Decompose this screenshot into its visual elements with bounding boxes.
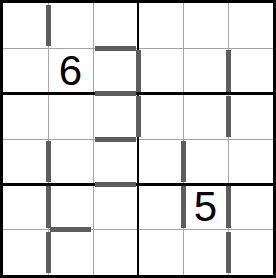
box-border-horizontal (3, 92, 273, 95)
cell-r2c4[interactable] (138, 48, 183, 93)
wall-segment-horizontal[interactable] (95, 182, 136, 187)
cell-r1c3[interactable] (93, 3, 138, 48)
cell-r5c3[interactable] (93, 184, 138, 229)
wall-segment-vertical[interactable] (46, 5, 51, 46)
wall-segment-horizontal[interactable] (95, 91, 136, 96)
cell-r1c1[interactable] (3, 3, 48, 48)
wall-segment-vertical[interactable] (181, 141, 186, 182)
cell-r3c4[interactable] (138, 94, 183, 139)
wall-segment-vertical[interactable] (46, 186, 51, 227)
box-border-vertical (137, 3, 140, 275)
wall-segment-vertical[interactable] (136, 96, 141, 137)
cell-r4c1[interactable] (3, 139, 48, 184)
given-digit-r5c5: 5 (183, 184, 228, 229)
cell-r1c2[interactable] (48, 3, 93, 48)
box-border-horizontal (3, 183, 273, 186)
cell-r5c6[interactable] (228, 184, 273, 229)
cell-r1c6[interactable] (228, 3, 273, 48)
cell-r4c6[interactable] (228, 139, 273, 184)
wall-segment-vertical[interactable] (226, 50, 231, 91)
wall-segment-vertical[interactable] (226, 232, 231, 273)
cell-r6c6[interactable] (228, 230, 273, 275)
cell-r3c2[interactable] (48, 94, 93, 139)
cell-r6c4[interactable] (138, 230, 183, 275)
cell-r4c2[interactable] (48, 139, 93, 184)
given-digit-r2c2: 6 (48, 48, 93, 93)
puzzle-board[interactable]: 65 (0, 0, 276, 278)
cell-r5c4[interactable] (138, 184, 183, 229)
cell-r2c6[interactable] (228, 48, 273, 93)
cell-r2c5[interactable] (183, 48, 228, 93)
cell-r4c4[interactable] (138, 139, 183, 184)
wall-segment-horizontal[interactable] (50, 227, 91, 232)
wall-segment-horizontal[interactable] (95, 46, 136, 51)
cell-r6c3[interactable] (93, 230, 138, 275)
wall-segment-horizontal[interactable] (95, 137, 136, 142)
cell-r6c5[interactable] (183, 230, 228, 275)
cell-r2c1[interactable] (3, 48, 48, 93)
cell-r3c3[interactable] (93, 94, 138, 139)
puzzle-screenshot: 65 (0, 0, 276, 278)
cell-r5c2[interactable] (48, 184, 93, 229)
cell-r3c1[interactable] (3, 94, 48, 139)
cell-r2c3[interactable] (93, 48, 138, 93)
cell-r4c5[interactable] (183, 139, 228, 184)
wall-segment-vertical[interactable] (226, 96, 231, 137)
cell-r6c1[interactable] (3, 230, 48, 275)
cell-r1c5[interactable] (183, 3, 228, 48)
wall-segment-vertical[interactable] (46, 141, 51, 182)
cell-r6c2[interactable] (48, 230, 93, 275)
cell-r5c1[interactable] (3, 184, 48, 229)
wall-segment-vertical[interactable] (136, 50, 141, 91)
cell-r4c3[interactable] (93, 139, 138, 184)
cell-r1c4[interactable] (138, 3, 183, 48)
wall-segment-vertical[interactable] (46, 232, 51, 273)
cell-r3c6[interactable] (228, 94, 273, 139)
cell-r3c5[interactable] (183, 94, 228, 139)
